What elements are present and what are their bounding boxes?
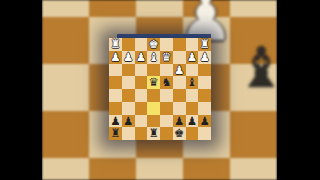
square-h6[interactable] (109, 102, 122, 115)
square-d6[interactable] (160, 102, 173, 115)
square-d3[interactable] (160, 64, 173, 77)
square-g1[interactable] (122, 38, 135, 51)
square-g8[interactable] (122, 127, 135, 140)
square-f6[interactable] (135, 102, 148, 115)
square-h7[interactable]: ♟ (109, 115, 122, 128)
square-f3[interactable] (135, 64, 148, 77)
black-pawn-icon: ♟ (110, 115, 120, 128)
square-c8[interactable]: ♚ (173, 127, 186, 140)
white-rook-icon: ♜ (110, 38, 120, 51)
square-g6[interactable] (122, 102, 135, 115)
square-e8[interactable]: ♜ (147, 127, 160, 140)
square-a8[interactable] (198, 127, 211, 140)
square-c2[interactable] (173, 51, 186, 64)
square-c5[interactable] (173, 89, 186, 102)
square-h8[interactable]: ♜ (109, 127, 122, 140)
square-f8[interactable] (135, 127, 148, 140)
square-b6[interactable] (186, 102, 199, 115)
square-g3[interactable] (122, 64, 135, 77)
white-pawn-icon: ♟ (199, 51, 209, 64)
square-f5[interactable] (135, 89, 148, 102)
square-d4[interactable]: ♞ (160, 76, 173, 89)
white-pawn-icon: ♟ (136, 51, 146, 64)
video-frame: ♟ ♝ ♜♚♜♟♟♟♝♛♟♟♟♛♞♝♟♟♟♟♟♜♜♚ (0, 0, 320, 180)
square-e4[interactable]: ♛ (147, 76, 160, 89)
square-d8[interactable] (160, 127, 173, 140)
black-king-icon: ♚ (174, 127, 184, 140)
square-b5[interactable] (186, 89, 199, 102)
square-f2[interactable]: ♟ (135, 51, 148, 64)
square-a1[interactable]: ♜ (198, 38, 211, 51)
left-black-bar (0, 0, 42, 180)
black-rook-icon: ♜ (148, 127, 158, 140)
chess-board: ♜♚♜♟♟♟♝♛♟♟♟♛♞♝♟♟♟♟♟♜♜♚ (109, 38, 211, 140)
square-f1[interactable] (135, 38, 148, 51)
square-d2[interactable]: ♛ (160, 51, 173, 64)
square-b1[interactable] (186, 38, 199, 51)
white-king-icon: ♚ (148, 38, 158, 51)
black-pawn-icon: ♟ (174, 115, 184, 128)
square-f4[interactable] (135, 76, 148, 89)
white-rook-icon: ♜ (199, 38, 209, 51)
square-g7[interactable]: ♟ (122, 115, 135, 128)
black-pawn-icon: ♟ (187, 115, 197, 128)
white-pawn-icon: ♟ (123, 51, 133, 64)
square-b3[interactable] (186, 64, 199, 77)
square-h3[interactable] (109, 64, 122, 77)
square-b8[interactable] (186, 127, 199, 140)
white-queen-icon: ♛ (161, 51, 171, 64)
white-pawn-icon: ♟ (110, 51, 120, 64)
square-c4[interactable] (173, 76, 186, 89)
square-a3[interactable] (198, 64, 211, 77)
square-f7[interactable] (135, 115, 148, 128)
right-black-bar (277, 0, 320, 180)
square-b2[interactable]: ♟ (186, 51, 199, 64)
square-e5[interactable] (147, 89, 160, 102)
square-d7[interactable] (160, 115, 173, 128)
square-a4[interactable] (198, 76, 211, 89)
square-c1[interactable] (173, 38, 186, 51)
white-bishop-icon: ♝ (148, 51, 158, 64)
square-c3[interactable]: ♟ (173, 64, 186, 77)
square-b4[interactable]: ♝ (186, 76, 199, 89)
square-h5[interactable] (109, 89, 122, 102)
black-rook-icon: ♜ (110, 127, 120, 140)
black-queen-icon: ♛ (148, 76, 158, 89)
square-h2[interactable]: ♟ (109, 51, 122, 64)
black-bishop-icon: ♝ (187, 76, 197, 89)
square-b7[interactable]: ♟ (186, 115, 199, 128)
square-e1[interactable]: ♚ (147, 38, 160, 51)
black-pawn-icon: ♟ (123, 115, 133, 128)
square-a6[interactable] (198, 102, 211, 115)
square-e2[interactable]: ♝ (147, 51, 160, 64)
square-h4[interactable] (109, 76, 122, 89)
square-g2[interactable]: ♟ (122, 51, 135, 64)
square-g5[interactable] (122, 89, 135, 102)
square-a7[interactable]: ♟ (198, 115, 211, 128)
square-a2[interactable]: ♟ (198, 51, 211, 64)
black-pawn-icon: ♟ (199, 115, 209, 128)
square-h1[interactable]: ♜ (109, 38, 122, 51)
square-e7[interactable] (147, 115, 160, 128)
square-c7[interactable]: ♟ (173, 115, 186, 128)
square-a5[interactable] (198, 89, 211, 102)
square-e3[interactable] (147, 64, 160, 77)
black-knight-icon: ♞ (161, 76, 171, 89)
square-d5[interactable] (160, 89, 173, 102)
white-pawn-icon: ♟ (187, 51, 197, 64)
white-pawn-icon: ♟ (174, 64, 184, 77)
square-d1[interactable] (160, 38, 173, 51)
square-g4[interactable] (122, 76, 135, 89)
square-e6[interactable] (147, 102, 160, 115)
square-c6[interactable] (173, 102, 186, 115)
